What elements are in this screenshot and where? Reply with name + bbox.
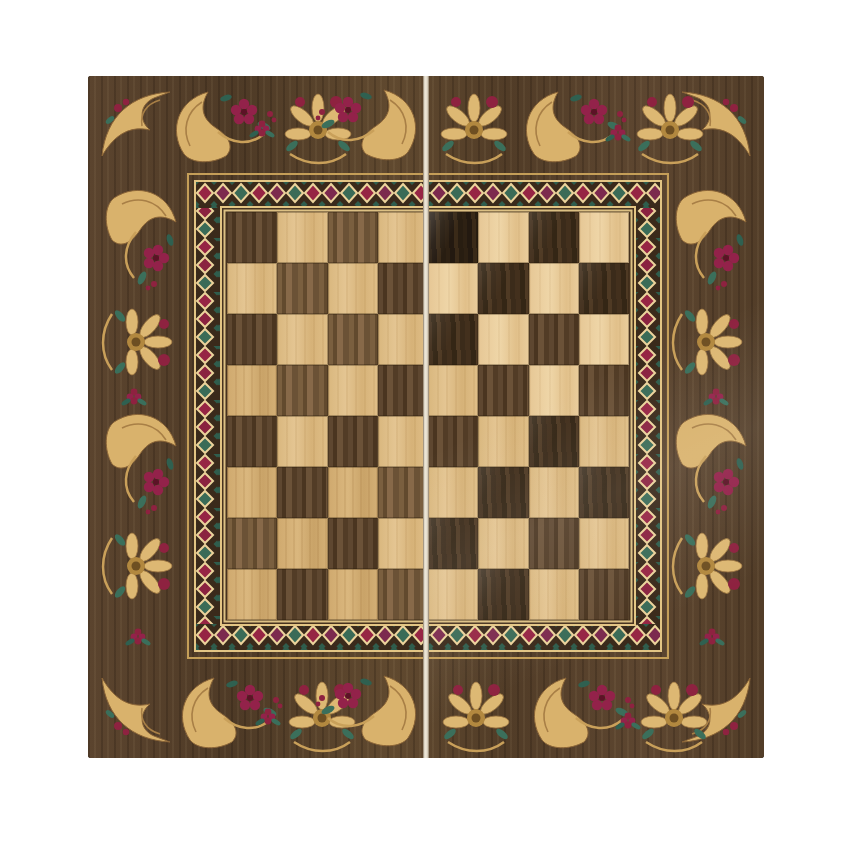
square-a8: [227, 212, 277, 263]
square-g6: [529, 314, 579, 365]
square-h6: [579, 314, 629, 365]
square-c7: [328, 263, 378, 314]
square-g2: [529, 518, 579, 569]
square-h1: [579, 569, 629, 620]
square-e7: [428, 263, 478, 314]
square-a5: [227, 365, 277, 416]
square-b5: [277, 365, 327, 416]
square-f5: [478, 365, 528, 416]
square-c3: [328, 467, 378, 518]
square-h7: [579, 263, 629, 314]
square-c4: [328, 416, 378, 467]
square-g8: [529, 212, 579, 263]
square-d2: [378, 518, 428, 569]
square-b2: [277, 518, 327, 569]
square-g7: [529, 263, 579, 314]
chess-board: [88, 76, 764, 758]
square-e2: [428, 518, 478, 569]
square-g3: [529, 467, 579, 518]
square-f4: [478, 416, 528, 467]
square-b4: [277, 416, 327, 467]
square-h3: [579, 467, 629, 518]
square-e1: [428, 569, 478, 620]
square-d5: [378, 365, 428, 416]
square-a4: [227, 416, 277, 467]
square-e5: [428, 365, 478, 416]
fold-seam: [423, 76, 429, 758]
square-h8: [579, 212, 629, 263]
square-c2: [328, 518, 378, 569]
square-f2: [478, 518, 528, 569]
square-f1: [478, 569, 528, 620]
square-d3: [378, 467, 428, 518]
square-h2: [579, 518, 629, 569]
square-b6: [277, 314, 327, 365]
square-b1: [277, 569, 327, 620]
square-d8: [378, 212, 428, 263]
square-b7: [277, 263, 327, 314]
square-e8: [428, 212, 478, 263]
square-b8: [277, 212, 327, 263]
square-a7: [227, 263, 277, 314]
square-d4: [378, 416, 428, 467]
square-f7: [478, 263, 528, 314]
square-a1: [227, 569, 277, 620]
square-c6: [328, 314, 378, 365]
square-a6: [227, 314, 277, 365]
square-e3: [428, 467, 478, 518]
square-c8: [328, 212, 378, 263]
square-c5: [328, 365, 378, 416]
square-h5: [579, 365, 629, 416]
square-f8: [478, 212, 528, 263]
square-e6: [428, 314, 478, 365]
square-b3: [277, 467, 327, 518]
square-g1: [529, 569, 579, 620]
square-h4: [579, 416, 629, 467]
square-a2: [227, 518, 277, 569]
square-f6: [478, 314, 528, 365]
square-c1: [328, 569, 378, 620]
square-d7: [378, 263, 428, 314]
square-d1: [378, 569, 428, 620]
square-f3: [478, 467, 528, 518]
square-g5: [529, 365, 579, 416]
photo-stage: [0, 0, 850, 850]
square-d6: [378, 314, 428, 365]
square-e4: [428, 416, 478, 467]
square-a3: [227, 467, 277, 518]
square-g4: [529, 416, 579, 467]
